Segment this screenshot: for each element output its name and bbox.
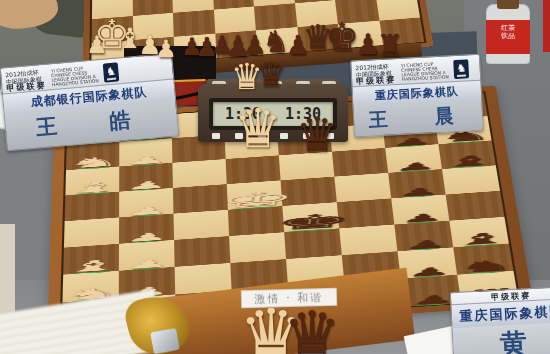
square-r6c7[interactable]: ♞ <box>453 244 513 275</box>
foreground-black-queen[interactable]: ♛ <box>283 306 340 354</box>
square-r5c1[interactable]: ♟ <box>119 240 175 271</box>
square-r4c7[interactable] <box>446 191 505 221</box>
tournament-scene: 红茶 饮品 1:30 1:30 2012怡成杯 中国国际象棋 甲级联赛 <box>0 0 550 354</box>
square-r1c0[interactable]: ♞ <box>66 142 119 170</box>
square-r3c5[interactable] <box>334 173 391 202</box>
square-r1c1[interactable]: ♟ <box>119 138 172 166</box>
red-object <box>543 0 550 52</box>
square-r2c0[interactable]: ♝ <box>65 166 119 195</box>
square-r3c7[interactable] <box>442 165 500 194</box>
clip-metal <box>150 328 179 354</box>
nameplate-right: 2012怡成杯 中国国际象棋 甲级联赛 YI CHENG CUP CHINESE… <box>350 54 484 138</box>
bottle-label-text: 红茶 <box>501 24 515 32</box>
player-name-right: 王 晨 <box>353 100 482 135</box>
square-r2c1[interactable]: ♟ <box>119 163 173 192</box>
square-r4c2[interactable] <box>173 210 229 240</box>
square-r5c5[interactable] <box>339 225 397 256</box>
event-en-line4: HANGZHOU STATION <box>402 74 449 81</box>
square-r3c3[interactable]: ♚ <box>227 180 283 209</box>
square-r5c6[interactable]: ♟ <box>394 221 453 252</box>
bottle-cap <box>497 0 519 9</box>
bg-black-king[interactable]: ♚ <box>325 20 359 55</box>
square-r5c0[interactable]: ♝ <box>63 244 119 275</box>
square-r2c6[interactable]: ♟ <box>385 144 442 173</box>
event-cn-line3: 甲级联赛 <box>356 76 396 85</box>
wall-tile <box>0 224 15 316</box>
league-knight-logo: ♞ <box>103 62 120 82</box>
rear-spare-black-queen[interactable]: ♛ <box>256 60 286 90</box>
bottle-label: 红茶 饮品 <box>486 20 530 54</box>
square-r2c5[interactable] <box>332 148 388 177</box>
spare-white-queen[interactable]: ♛ <box>234 104 282 154</box>
league-knight-logo: ♞ <box>453 59 469 79</box>
square-r4c0[interactable] <box>64 217 119 247</box>
square-r4c6[interactable]: ♟ <box>391 195 449 225</box>
square-r3c6[interactable]: ♟ <box>388 169 445 198</box>
team-name-bottom: 重庆国际象棋队 <box>451 298 550 328</box>
square-r2c7[interactable]: ♝ <box>438 140 495 169</box>
square-r5c3[interactable] <box>229 232 286 263</box>
bg-black-rook[interactable]: ♜ <box>377 32 404 60</box>
nameplate-left: 2012怡成杯 中国国际象棋 甲级联赛 YI CHENG CUP CHINESE… <box>0 53 179 152</box>
square-r4c4[interactable]: ♚ <box>282 202 339 232</box>
spare-black-queen[interactable]: ♛ <box>296 113 338 156</box>
nameplate-bottom-right: 甲级联赛 重庆国际象棋队 黄 <box>450 286 550 354</box>
square-r5c4[interactable] <box>284 228 342 259</box>
bg-white-pawn[interactable]: ♟ <box>155 38 177 60</box>
square-r5c2[interactable] <box>174 236 230 267</box>
square-r5c7[interactable]: ♝ <box>449 217 509 248</box>
square-r4c1[interactable]: ♟ <box>119 214 174 244</box>
square-r3c0[interactable] <box>65 192 120 222</box>
square-r2c2[interactable] <box>172 159 226 188</box>
square-r3c1[interactable]: ♟ <box>119 188 173 218</box>
bottle-label-text: 饮品 <box>501 32 515 40</box>
